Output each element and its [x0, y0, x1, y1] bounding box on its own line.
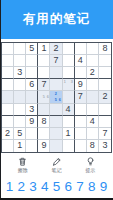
cell-r9c1[interactable] — [2, 140, 14, 152]
cell-r6c8[interactable] — [87, 104, 99, 116]
cell-r5c5[interactable]: 2568 — [50, 91, 62, 103]
given-digit: 3 — [102, 141, 107, 150]
screen-edge-left — [0, 0, 1, 200]
cell-r5c7[interactable]: 7 — [75, 91, 87, 103]
cell-r2c9[interactable] — [99, 55, 111, 67]
header-bar: 有用的笔记 — [0, 0, 113, 39]
given-digit: 1 — [41, 44, 46, 53]
given-digit: 5 — [29, 44, 34, 53]
given-digit: 6 — [29, 80, 34, 89]
given-digit: 3 — [17, 68, 22, 77]
cell-r5c1[interactable] — [2, 91, 14, 103]
cell-r2c7[interactable]: 4 — [75, 55, 87, 67]
given-digit: 7 — [78, 92, 83, 101]
cell-r3c2[interactable]: 3 — [14, 67, 26, 79]
cell-r7c6[interactable] — [63, 116, 75, 128]
cell-r4c2[interactable] — [14, 79, 26, 91]
screen-edge-bottom — [0, 198, 113, 200]
cell-r5c9[interactable]: 2 — [99, 91, 111, 103]
given-digit: 8 — [41, 117, 46, 126]
toolbar: 擦除 笔记 提示 — [0, 156, 113, 177]
cell-r2c5[interactable]: 7 — [50, 55, 62, 67]
cell-r6c9[interactable] — [99, 104, 111, 116]
cell-r1c5[interactable]: 2 — [50, 43, 62, 55]
numpad-8[interactable]: 8 — [86, 180, 97, 194]
cell-r3c4[interactable] — [38, 67, 50, 79]
erase-button[interactable]: 擦除 — [17, 156, 28, 173]
cell-r4c7[interactable]: 9 — [75, 79, 87, 91]
cell-r9c2[interactable]: 1 — [14, 140, 26, 152]
numpad-3[interactable]: 3 — [28, 180, 39, 194]
cell-r6c5[interactable] — [50, 104, 62, 116]
cell-r5c2[interactable] — [14, 91, 26, 103]
cell-r2c2[interactable] — [14, 55, 26, 67]
cell-r7c2[interactable] — [14, 116, 26, 128]
given-digit: 4 — [90, 117, 95, 126]
cell-r4c4[interactable]: 7 — [38, 79, 50, 91]
numpad-1[interactable]: 1 — [4, 180, 15, 194]
cell-r8c1[interactable]: 2 — [2, 128, 14, 140]
given-digit: 8 — [90, 141, 95, 150]
given-digit: 8 — [102, 44, 107, 53]
notes-label: 笔记 — [51, 168, 61, 173]
notes-button[interactable]: 笔记 — [51, 156, 62, 173]
cell-r9c4[interactable]: 9 — [38, 140, 50, 152]
given-digit: 2 — [5, 129, 10, 138]
given-digit: 1 — [17, 141, 22, 150]
cell-r1c4[interactable]: 1 — [38, 43, 50, 55]
cell-r8c9[interactable]: 7 — [99, 128, 111, 140]
given-digit: 7 — [53, 56, 58, 65]
cell-r4c8[interactable] — [87, 79, 99, 91]
given-digit: 7 — [41, 80, 46, 89]
cell-r4c9[interactable] — [99, 79, 111, 91]
cell-r7c1[interactable] — [2, 116, 14, 128]
cell-r2c3[interactable] — [26, 55, 38, 67]
given-digit: 9 — [78, 80, 83, 89]
numpad-6[interactable]: 6 — [63, 180, 74, 194]
number-pad: 123456789 — [0, 177, 113, 197]
cell-r3c9[interactable] — [99, 67, 111, 79]
cell-r9c3[interactable] — [26, 140, 38, 152]
hint-label: 提示 — [85, 168, 95, 173]
cell-r8c7[interactable] — [75, 128, 87, 140]
given-digit: 2 — [102, 92, 107, 101]
cell-r5c8[interactable] — [87, 91, 99, 103]
cell-r3c7[interactable] — [75, 67, 87, 79]
cell-r8c4[interactable] — [38, 128, 50, 140]
given-digit: 2 — [53, 44, 58, 53]
page-title: 有用的笔记 — [23, 11, 91, 28]
given-digit: 2 — [90, 68, 95, 77]
sudoku-board: 5128743267139562568723498425171983 — [1, 42, 112, 153]
cell-r1c2[interactable] — [14, 43, 26, 55]
cell-r1c6[interactable] — [63, 43, 75, 55]
cell-r6c1[interactable] — [2, 104, 14, 116]
cell-r7c7[interactable] — [75, 116, 87, 128]
cell-r9c6[interactable] — [63, 140, 75, 152]
cell-r8c2[interactable]: 5 — [14, 128, 26, 140]
given-digit: 9 — [29, 117, 34, 126]
cell-r5c3[interactable] — [26, 91, 38, 103]
cell-r9c7[interactable] — [75, 140, 87, 152]
hint-icon — [85, 156, 96, 167]
cell-r2c6[interactable] — [63, 55, 75, 67]
cell-r7c4[interactable]: 8 — [38, 116, 50, 128]
cell-r7c8[interactable]: 4 — [87, 116, 99, 128]
cell-r4c5[interactable] — [50, 79, 62, 91]
cell-r4c6[interactable]: 13 — [63, 79, 75, 91]
numpad-9[interactable]: 9 — [98, 180, 109, 194]
cell-r1c8[interactable] — [87, 43, 99, 55]
cell-r5c6[interactable] — [63, 91, 75, 103]
cell-r3c5[interactable] — [50, 67, 62, 79]
cell-r3c3[interactable] — [26, 67, 38, 79]
hint-button[interactable]: 提示 — [85, 156, 96, 173]
given-digit: 5 — [17, 129, 22, 138]
cell-r4c1[interactable] — [2, 79, 14, 91]
cell-r9c9[interactable]: 3 — [99, 140, 111, 152]
cell-r1c9[interactable]: 8 — [99, 43, 111, 55]
cell-r6c6[interactable]: 4 — [63, 104, 75, 116]
numpad-7[interactable]: 7 — [75, 180, 86, 194]
cell-r8c6[interactable]: 1 — [63, 128, 75, 140]
pencil-notes: 13 — [63, 79, 74, 90]
eraser-icon — [17, 156, 28, 167]
cell-r9c5[interactable] — [50, 140, 62, 152]
cell-r8c8[interactable] — [87, 128, 99, 140]
given-digit: 9 — [41, 141, 46, 150]
cell-r3c1[interactable] — [2, 67, 14, 79]
given-digit: 1 — [66, 129, 71, 138]
cell-r1c3[interactable]: 5 — [26, 43, 38, 55]
cell-r6c2[interactable] — [14, 104, 26, 116]
given-digit: 7 — [102, 129, 107, 138]
cell-r4c3[interactable]: 6 — [26, 79, 38, 91]
given-digit: 4 — [78, 56, 83, 65]
cell-r2c4[interactable] — [38, 55, 50, 67]
cell-r1c1[interactable] — [2, 43, 14, 55]
cell-r7c3[interactable]: 9 — [26, 116, 38, 128]
numpad-2[interactable]: 2 — [16, 180, 27, 194]
cell-r9c8[interactable]: 8 — [87, 140, 99, 152]
cell-r7c9[interactable] — [99, 116, 111, 128]
notes-icon — [51, 156, 62, 167]
given-digit: 4 — [66, 105, 71, 114]
cell-r3c8[interactable]: 2 — [87, 67, 99, 79]
cell-r8c5[interactable] — [50, 128, 62, 140]
cell-r6c7[interactable] — [75, 104, 87, 116]
numpad-5[interactable]: 5 — [51, 180, 62, 194]
cell-r2c1[interactable] — [2, 55, 14, 67]
given-digit: 3 — [29, 105, 34, 114]
cell-r3c6[interactable] — [63, 67, 75, 79]
numpad-4[interactable]: 4 — [39, 180, 50, 194]
cell-r7c5[interactable] — [50, 116, 62, 128]
cell-r6c4[interactable] — [38, 104, 50, 116]
erase-label: 擦除 — [18, 168, 28, 173]
pencil-notes: 56 — [38, 91, 49, 102]
cell-r6c3[interactable]: 3 — [26, 104, 38, 116]
cell-r5c4[interactable]: 56 — [38, 91, 50, 103]
cell-r2c8[interactable] — [87, 55, 99, 67]
pencil-notes: 2568 — [50, 91, 61, 102]
cell-r1c7[interactable] — [75, 43, 87, 55]
cell-r8c3[interactable] — [26, 128, 38, 140]
